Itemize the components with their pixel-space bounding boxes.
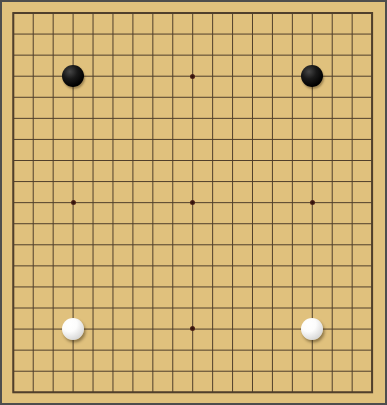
intersection-B15[interactable] xyxy=(23,87,43,108)
intersection-T15[interactable] xyxy=(362,87,382,108)
intersection-K8[interactable] xyxy=(183,234,203,255)
intersection-S3[interactable] xyxy=(342,339,362,360)
intersection-G3[interactable] xyxy=(123,339,143,360)
intersection-Q3[interactable] xyxy=(302,339,322,360)
intersection-L15[interactable] xyxy=(203,87,223,108)
intersection-B11[interactable] xyxy=(23,171,43,192)
intersection-J11[interactable] xyxy=(163,171,183,192)
intersection-J13[interactable] xyxy=(163,129,183,150)
intersection-N18[interactable] xyxy=(242,24,262,45)
intersection-C14[interactable] xyxy=(43,108,63,129)
intersection-F11[interactable] xyxy=(103,171,123,192)
intersection-D11[interactable] xyxy=(63,171,83,192)
intersection-N19[interactable] xyxy=(242,2,262,23)
intersection-M9[interactable] xyxy=(222,213,242,234)
intersection-L17[interactable] xyxy=(203,45,223,66)
intersection-N11[interactable] xyxy=(242,171,262,192)
intersection-L7[interactable] xyxy=(203,255,223,276)
intersection-Q10[interactable] xyxy=(302,192,322,213)
intersection-S13[interactable] xyxy=(342,129,362,150)
intersection-N14[interactable] xyxy=(242,108,262,129)
intersection-N5[interactable] xyxy=(242,297,262,318)
intersection-D19[interactable] xyxy=(63,2,83,23)
intersection-J14[interactable] xyxy=(163,108,183,129)
intersection-C4[interactable] xyxy=(43,318,63,339)
intersection-H10[interactable] xyxy=(143,192,163,213)
intersection-O5[interactable] xyxy=(262,297,282,318)
intersection-O17[interactable] xyxy=(262,45,282,66)
intersection-L9[interactable] xyxy=(203,213,223,234)
intersection-C7[interactable] xyxy=(43,255,63,276)
intersection-H9[interactable] xyxy=(143,213,163,234)
intersection-R12[interactable] xyxy=(322,150,342,171)
intersection-H5[interactable] xyxy=(143,297,163,318)
intersection-H19[interactable] xyxy=(143,2,163,23)
intersection-M5[interactable] xyxy=(222,297,242,318)
intersection-Q6[interactable] xyxy=(302,276,322,297)
intersection-L1[interactable] xyxy=(203,382,223,403)
intersection-T3[interactable] xyxy=(362,339,382,360)
intersection-K10[interactable] xyxy=(183,192,203,213)
intersection-P13[interactable] xyxy=(282,129,302,150)
intersection-N17[interactable] xyxy=(242,45,262,66)
intersection-F5[interactable] xyxy=(103,297,123,318)
intersection-P16[interactable] xyxy=(282,66,302,87)
intersection-S9[interactable] xyxy=(342,213,362,234)
intersection-Q16[interactable] xyxy=(302,66,322,87)
intersection-N6[interactable] xyxy=(242,276,262,297)
intersection-M16[interactable] xyxy=(222,66,242,87)
intersection-F2[interactable] xyxy=(103,361,123,382)
intersection-K18[interactable] xyxy=(183,24,203,45)
intersection-P7[interactable] xyxy=(282,255,302,276)
intersection-Q9[interactable] xyxy=(302,213,322,234)
intersection-C11[interactable] xyxy=(43,171,63,192)
intersection-S7[interactable] xyxy=(342,255,362,276)
intersection-G12[interactable] xyxy=(123,150,143,171)
intersection-M15[interactable] xyxy=(222,87,242,108)
intersection-T14[interactable] xyxy=(362,108,382,129)
intersection-H13[interactable] xyxy=(143,129,163,150)
intersection-B10[interactable] xyxy=(23,192,43,213)
intersection-J18[interactable] xyxy=(163,24,183,45)
intersection-S1[interactable] xyxy=(342,382,362,403)
intersection-B9[interactable] xyxy=(23,213,43,234)
intersection-O18[interactable] xyxy=(262,24,282,45)
intersection-L4[interactable] xyxy=(203,318,223,339)
intersection-T19[interactable] xyxy=(362,2,382,23)
intersection-K9[interactable] xyxy=(183,213,203,234)
intersection-O2[interactable] xyxy=(262,361,282,382)
intersection-T8[interactable] xyxy=(362,234,382,255)
intersection-G7[interactable] xyxy=(123,255,143,276)
intersection-A11[interactable] xyxy=(3,171,23,192)
intersection-C6[interactable] xyxy=(43,276,63,297)
intersection-Q13[interactable] xyxy=(302,129,322,150)
intersection-T6[interactable] xyxy=(362,276,382,297)
intersection-Q17[interactable] xyxy=(302,45,322,66)
intersection-H1[interactable] xyxy=(143,382,163,403)
intersection-R1[interactable] xyxy=(322,382,342,403)
intersection-H17[interactable] xyxy=(143,45,163,66)
intersection-R14[interactable] xyxy=(322,108,342,129)
intersection-K7[interactable] xyxy=(183,255,203,276)
intersection-D4[interactable] xyxy=(63,318,83,339)
intersection-G10[interactable] xyxy=(123,192,143,213)
intersection-G2[interactable] xyxy=(123,361,143,382)
intersection-D17[interactable] xyxy=(63,45,83,66)
intersection-J1[interactable] xyxy=(163,382,183,403)
intersection-A10[interactable] xyxy=(3,192,23,213)
intersection-O1[interactable] xyxy=(262,382,282,403)
intersection-F17[interactable] xyxy=(103,45,123,66)
intersection-S15[interactable] xyxy=(342,87,362,108)
intersection-C13[interactable] xyxy=(43,129,63,150)
intersection-Q12[interactable] xyxy=(302,150,322,171)
intersection-E5[interactable] xyxy=(83,297,103,318)
intersection-D16[interactable] xyxy=(63,66,83,87)
intersection-F4[interactable] xyxy=(103,318,123,339)
intersection-B16[interactable] xyxy=(23,66,43,87)
intersection-S2[interactable] xyxy=(342,361,362,382)
intersection-A8[interactable] xyxy=(3,234,23,255)
intersection-O4[interactable] xyxy=(262,318,282,339)
intersection-H16[interactable] xyxy=(143,66,163,87)
intersection-E18[interactable] xyxy=(83,24,103,45)
intersection-A7[interactable] xyxy=(3,255,23,276)
intersection-M17[interactable] xyxy=(222,45,242,66)
intersection-B17[interactable] xyxy=(23,45,43,66)
intersection-M12[interactable] xyxy=(222,150,242,171)
intersection-S18[interactable] xyxy=(342,24,362,45)
intersection-N9[interactable] xyxy=(242,213,262,234)
intersection-K5[interactable] xyxy=(183,297,203,318)
intersection-J2[interactable] xyxy=(163,361,183,382)
intersection-J3[interactable] xyxy=(163,339,183,360)
intersection-K17[interactable] xyxy=(183,45,203,66)
intersection-T5[interactable] xyxy=(362,297,382,318)
intersection-P14[interactable] xyxy=(282,108,302,129)
intersection-R11[interactable] xyxy=(322,171,342,192)
intersection-S4[interactable] xyxy=(342,318,362,339)
intersection-D12[interactable] xyxy=(63,150,83,171)
intersection-C17[interactable] xyxy=(43,45,63,66)
intersection-O15[interactable] xyxy=(262,87,282,108)
intersection-R13[interactable] xyxy=(322,129,342,150)
intersection-O11[interactable] xyxy=(262,171,282,192)
intersection-P10[interactable] xyxy=(282,192,302,213)
intersection-F15[interactable] xyxy=(103,87,123,108)
intersection-T13[interactable] xyxy=(362,129,382,150)
intersection-R18[interactable] xyxy=(322,24,342,45)
intersection-P1[interactable] xyxy=(282,382,302,403)
intersection-S12[interactable] xyxy=(342,150,362,171)
intersection-D14[interactable] xyxy=(63,108,83,129)
intersection-D9[interactable] xyxy=(63,213,83,234)
intersection-T12[interactable] xyxy=(362,150,382,171)
intersection-H18[interactable] xyxy=(143,24,163,45)
intersection-J8[interactable] xyxy=(163,234,183,255)
intersection-S8[interactable] xyxy=(342,234,362,255)
intersection-M2[interactable] xyxy=(222,361,242,382)
intersection-L2[interactable] xyxy=(203,361,223,382)
intersection-N15[interactable] xyxy=(242,87,262,108)
intersection-E8[interactable] xyxy=(83,234,103,255)
intersection-M7[interactable] xyxy=(222,255,242,276)
intersection-S6[interactable] xyxy=(342,276,362,297)
intersection-J16[interactable] xyxy=(163,66,183,87)
intersection-E1[interactable] xyxy=(83,382,103,403)
intersection-B4[interactable] xyxy=(23,318,43,339)
intersection-H8[interactable] xyxy=(143,234,163,255)
intersection-Q4[interactable] xyxy=(302,318,322,339)
intersection-A17[interactable] xyxy=(3,45,23,66)
intersection-E17[interactable] xyxy=(83,45,103,66)
intersection-E13[interactable] xyxy=(83,129,103,150)
intersection-D2[interactable] xyxy=(63,361,83,382)
intersection-E9[interactable] xyxy=(83,213,103,234)
intersection-F9[interactable] xyxy=(103,213,123,234)
intersection-E6[interactable] xyxy=(83,276,103,297)
intersection-C2[interactable] xyxy=(43,361,63,382)
intersection-F6[interactable] xyxy=(103,276,123,297)
intersection-H7[interactable] xyxy=(143,255,163,276)
intersection-B3[interactable] xyxy=(23,339,43,360)
intersection-N12[interactable] xyxy=(242,150,262,171)
intersection-L8[interactable] xyxy=(203,234,223,255)
intersection-Q11[interactable] xyxy=(302,171,322,192)
intersection-K6[interactable] xyxy=(183,276,203,297)
intersection-G18[interactable] xyxy=(123,24,143,45)
intersection-K2[interactable] xyxy=(183,361,203,382)
intersection-D5[interactable] xyxy=(63,297,83,318)
intersection-A12[interactable] xyxy=(3,150,23,171)
intersection-B12[interactable] xyxy=(23,150,43,171)
intersection-K1[interactable] xyxy=(183,382,203,403)
intersection-E7[interactable] xyxy=(83,255,103,276)
intersection-S5[interactable] xyxy=(342,297,362,318)
intersection-D18[interactable] xyxy=(63,24,83,45)
intersection-A13[interactable] xyxy=(3,129,23,150)
intersection-F14[interactable] xyxy=(103,108,123,129)
intersection-B6[interactable] xyxy=(23,276,43,297)
intersection-R10[interactable] xyxy=(322,192,342,213)
intersection-S17[interactable] xyxy=(342,45,362,66)
intersection-L11[interactable] xyxy=(203,171,223,192)
intersection-C5[interactable] xyxy=(43,297,63,318)
intersection-L18[interactable] xyxy=(203,24,223,45)
intersection-P19[interactable] xyxy=(282,2,302,23)
intersection-O12[interactable] xyxy=(262,150,282,171)
intersection-G13[interactable] xyxy=(123,129,143,150)
intersection-T2[interactable] xyxy=(362,361,382,382)
intersection-F10[interactable] xyxy=(103,192,123,213)
intersection-S19[interactable] xyxy=(342,2,362,23)
intersection-L6[interactable] xyxy=(203,276,223,297)
intersection-G16[interactable] xyxy=(123,66,143,87)
intersection-H2[interactable] xyxy=(143,361,163,382)
intersection-Q19[interactable] xyxy=(302,2,322,23)
intersection-A2[interactable] xyxy=(3,361,23,382)
intersection-R3[interactable] xyxy=(322,339,342,360)
intersection-L13[interactable] xyxy=(203,129,223,150)
intersection-G17[interactable] xyxy=(123,45,143,66)
intersection-C18[interactable] xyxy=(43,24,63,45)
intersection-A16[interactable] xyxy=(3,66,23,87)
intersection-R19[interactable] xyxy=(322,2,342,23)
intersection-N3[interactable] xyxy=(242,339,262,360)
intersection-J19[interactable] xyxy=(163,2,183,23)
intersection-O13[interactable] xyxy=(262,129,282,150)
intersection-P11[interactable] xyxy=(282,171,302,192)
intersection-O16[interactable] xyxy=(262,66,282,87)
intersection-G14[interactable] xyxy=(123,108,143,129)
intersection-E15[interactable] xyxy=(83,87,103,108)
intersection-R5[interactable] xyxy=(322,297,342,318)
intersection-D6[interactable] xyxy=(63,276,83,297)
intersection-P4[interactable] xyxy=(282,318,302,339)
intersection-N1[interactable] xyxy=(242,382,262,403)
intersection-K19[interactable] xyxy=(183,2,203,23)
intersection-O6[interactable] xyxy=(262,276,282,297)
intersection-O9[interactable] xyxy=(262,213,282,234)
intersection-D8[interactable] xyxy=(63,234,83,255)
intersection-B19[interactable] xyxy=(23,2,43,23)
intersection-B8[interactable] xyxy=(23,234,43,255)
intersection-T17[interactable] xyxy=(362,45,382,66)
intersection-A19[interactable] xyxy=(3,2,23,23)
intersection-M8[interactable] xyxy=(222,234,242,255)
intersection-C3[interactable] xyxy=(43,339,63,360)
intersection-M3[interactable] xyxy=(222,339,242,360)
intersection-L3[interactable] xyxy=(203,339,223,360)
intersection-M13[interactable] xyxy=(222,129,242,150)
intersection-R17[interactable] xyxy=(322,45,342,66)
intersection-G6[interactable] xyxy=(123,276,143,297)
intersection-A18[interactable] xyxy=(3,24,23,45)
intersection-J5[interactable] xyxy=(163,297,183,318)
intersection-E19[interactable] xyxy=(83,2,103,23)
intersection-O8[interactable] xyxy=(262,234,282,255)
intersection-P18[interactable] xyxy=(282,24,302,45)
intersection-D3[interactable] xyxy=(63,339,83,360)
intersection-K13[interactable] xyxy=(183,129,203,150)
intersection-P6[interactable] xyxy=(282,276,302,297)
intersection-J15[interactable] xyxy=(163,87,183,108)
intersection-B18[interactable] xyxy=(23,24,43,45)
intersection-O7[interactable] xyxy=(262,255,282,276)
intersection-K4[interactable] xyxy=(183,318,203,339)
intersection-F3[interactable] xyxy=(103,339,123,360)
intersection-E3[interactable] xyxy=(83,339,103,360)
intersection-P17[interactable] xyxy=(282,45,302,66)
intersection-M19[interactable] xyxy=(222,2,242,23)
intersection-T18[interactable] xyxy=(362,24,382,45)
intersection-R7[interactable] xyxy=(322,255,342,276)
intersection-L16[interactable] xyxy=(203,66,223,87)
intersection-A15[interactable] xyxy=(3,87,23,108)
intersection-A6[interactable] xyxy=(3,276,23,297)
intersection-H3[interactable] xyxy=(143,339,163,360)
intersection-L19[interactable] xyxy=(203,2,223,23)
intersection-S16[interactable] xyxy=(342,66,362,87)
intersection-C12[interactable] xyxy=(43,150,63,171)
intersection-A1[interactable] xyxy=(3,382,23,403)
intersection-F8[interactable] xyxy=(103,234,123,255)
intersection-G5[interactable] xyxy=(123,297,143,318)
intersection-J4[interactable] xyxy=(163,318,183,339)
intersection-G8[interactable] xyxy=(123,234,143,255)
intersection-K11[interactable] xyxy=(183,171,203,192)
intersection-K12[interactable] xyxy=(183,150,203,171)
intersection-M18[interactable] xyxy=(222,24,242,45)
intersection-J17[interactable] xyxy=(163,45,183,66)
intersection-J9[interactable] xyxy=(163,213,183,234)
intersection-J10[interactable] xyxy=(163,192,183,213)
intersection-F18[interactable] xyxy=(103,24,123,45)
intersection-O14[interactable] xyxy=(262,108,282,129)
intersection-F7[interactable] xyxy=(103,255,123,276)
intersection-F12[interactable] xyxy=(103,150,123,171)
intersection-O10[interactable] xyxy=(262,192,282,213)
intersection-G4[interactable] xyxy=(123,318,143,339)
intersection-D1[interactable] xyxy=(63,382,83,403)
intersection-R2[interactable] xyxy=(322,361,342,382)
intersection-E4[interactable] xyxy=(83,318,103,339)
intersection-Q7[interactable] xyxy=(302,255,322,276)
intersection-F16[interactable] xyxy=(103,66,123,87)
intersection-F19[interactable] xyxy=(103,2,123,23)
intersection-Q2[interactable] xyxy=(302,361,322,382)
intersection-B14[interactable] xyxy=(23,108,43,129)
intersection-H4[interactable] xyxy=(143,318,163,339)
intersection-T1[interactable] xyxy=(362,382,382,403)
intersection-S10[interactable] xyxy=(342,192,362,213)
intersection-N16[interactable] xyxy=(242,66,262,87)
intersection-K15[interactable] xyxy=(183,87,203,108)
intersection-J7[interactable] xyxy=(163,255,183,276)
intersection-H6[interactable] xyxy=(143,276,163,297)
intersection-G15[interactable] xyxy=(123,87,143,108)
intersection-N4[interactable] xyxy=(242,318,262,339)
intersection-L14[interactable] xyxy=(203,108,223,129)
intersection-B7[interactable] xyxy=(23,255,43,276)
intersection-Q14[interactable] xyxy=(302,108,322,129)
intersection-Q15[interactable] xyxy=(302,87,322,108)
intersection-F13[interactable] xyxy=(103,129,123,150)
intersection-C1[interactable] xyxy=(43,382,63,403)
intersection-G19[interactable] xyxy=(123,2,143,23)
intersection-K3[interactable] xyxy=(183,339,203,360)
intersection-K16[interactable] xyxy=(183,66,203,87)
intersection-T7[interactable] xyxy=(362,255,382,276)
intersection-G9[interactable] xyxy=(123,213,143,234)
intersection-G11[interactable] xyxy=(123,171,143,192)
intersection-F1[interactable] xyxy=(103,382,123,403)
intersection-R16[interactable] xyxy=(322,66,342,87)
intersection-A3[interactable] xyxy=(3,339,23,360)
intersection-M6[interactable] xyxy=(222,276,242,297)
intersection-P15[interactable] xyxy=(282,87,302,108)
intersection-A14[interactable] xyxy=(3,108,23,129)
intersection-N13[interactable] xyxy=(242,129,262,150)
intersection-D7[interactable] xyxy=(63,255,83,276)
intersection-A5[interactable] xyxy=(3,297,23,318)
intersection-H12[interactable] xyxy=(143,150,163,171)
intersection-C9[interactable] xyxy=(43,213,63,234)
intersection-N7[interactable] xyxy=(242,255,262,276)
intersection-C10[interactable] xyxy=(43,192,63,213)
